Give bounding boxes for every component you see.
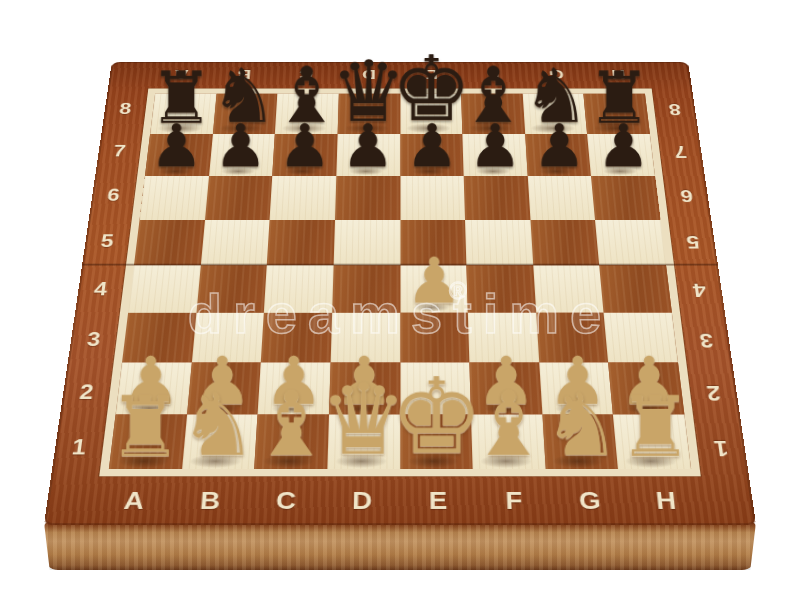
square-c5 <box>267 220 335 266</box>
file-labels-bottom: ABCDEFGH <box>93 476 707 525</box>
coordinate-label: H <box>586 62 651 89</box>
square-a2: ♟ <box>116 362 192 414</box>
coordinate-label: 8 <box>652 89 698 130</box>
coordinate-label: 3 <box>67 314 119 365</box>
piece-shadow <box>468 123 513 133</box>
square-e4: ♟ <box>400 265 468 313</box>
square-h5 <box>595 220 666 266</box>
piece-black-king: ♚ <box>391 44 472 134</box>
coordinate-label: B <box>211 62 276 89</box>
coordinate-label: F <box>462 62 526 89</box>
piece-shadow <box>156 123 202 133</box>
square-h3 <box>604 313 678 363</box>
piece-shadow <box>285 168 320 176</box>
square-b4 <box>196 265 267 313</box>
square-g7: ♟ <box>525 134 591 176</box>
square-e3 <box>400 313 469 363</box>
square-c8: ♝ <box>275 94 339 134</box>
square-h6 <box>591 176 660 220</box>
square-c3 <box>261 313 332 363</box>
piece-shadow <box>342 404 380 414</box>
piece-shadow <box>200 404 239 414</box>
square-b2: ♟ <box>187 362 261 414</box>
square-h4 <box>600 265 672 313</box>
square-e2 <box>400 362 471 414</box>
square-f7: ♟ <box>462 134 527 176</box>
piece-shadow <box>406 123 451 133</box>
square-a4 <box>128 265 200 313</box>
piece-shadow <box>530 123 576 133</box>
square-d8: ♛ <box>338 94 400 134</box>
square-g1: ♞ <box>542 415 618 469</box>
square-a6 <box>140 176 209 220</box>
square-d3 <box>331 313 400 363</box>
square-b7: ♟ <box>209 134 275 176</box>
square-f4 <box>467 265 536 313</box>
piece-shadow <box>271 404 310 414</box>
chessboard: ABCDEFGH ABCDEFGH 87654321 87654321 ♜♞♝♛… <box>44 62 756 525</box>
square-g6 <box>528 176 596 220</box>
square-d4 <box>332 265 400 313</box>
square-f3 <box>468 313 539 363</box>
piece-shadow <box>348 168 383 176</box>
square-e6 <box>400 176 465 220</box>
square-h2: ♟ <box>608 362 684 414</box>
square-d7: ♟ <box>336 134 400 176</box>
square-g2: ♟ <box>539 362 613 414</box>
coordinate-label: B <box>170 476 250 525</box>
coordinate-label: H <box>626 476 707 525</box>
square-g3 <box>536 313 609 363</box>
piece-shadow <box>413 303 450 312</box>
square-e1: ♚ <box>400 415 473 469</box>
square-e8: ♚ <box>400 94 462 134</box>
piece-shadow <box>552 454 605 468</box>
piece-shadow <box>624 454 678 468</box>
square-g4 <box>533 265 604 313</box>
square-b6 <box>205 176 273 220</box>
coordinate-label: D <box>337 62 400 89</box>
square-b3 <box>192 313 265 363</box>
square-c7: ♟ <box>272 134 337 176</box>
square-a8: ♜ <box>150 94 216 134</box>
coordinate-label: D <box>323 476 400 525</box>
piece-shadow <box>476 168 511 176</box>
coordinate-label: 5 <box>82 218 132 265</box>
square-d2: ♟ <box>329 362 400 414</box>
piece-shadow <box>281 123 326 133</box>
scene: ABCDEFGH ABCDEFGH 87654321 87654321 ♜♞♝♛… <box>0 0 800 611</box>
board-front-edge <box>44 522 756 570</box>
coordinate-label: 6 <box>662 173 711 218</box>
square-a7: ♟ <box>145 134 213 176</box>
square-a5 <box>134 220 205 266</box>
squares-grid: ♜♞♝♛♚♝♞♜♟♟♟♟♟♟♟♟♟♟♟♟♟♟♟♟♜♞♝♛♚♝♞♜ <box>99 89 701 477</box>
piece-shadow <box>262 454 315 468</box>
piece-white-king: ♚ <box>389 364 483 469</box>
piece-shadow <box>219 123 265 133</box>
coordinate-label: 8 <box>102 89 148 130</box>
square-c6 <box>270 176 336 220</box>
piece-shadow <box>116 454 170 468</box>
coordinate-label: 1 <box>694 420 749 477</box>
coordinate-label: A <box>148 62 213 89</box>
piece-shadow <box>157 168 192 176</box>
piece-shadow <box>539 168 574 176</box>
piece-shadow <box>221 168 256 176</box>
square-f8: ♝ <box>461 94 525 134</box>
coordinate-label: G <box>524 62 589 89</box>
coordinate-label: 4 <box>674 265 725 314</box>
piece-shadow <box>335 454 387 468</box>
square-c4 <box>264 265 333 313</box>
square-a1: ♜ <box>109 415 187 469</box>
coordinate-label: E <box>400 476 477 525</box>
piece-shadow <box>129 404 168 414</box>
coordinate-label: 4 <box>75 265 126 314</box>
square-d1: ♛ <box>327 415 400 469</box>
coordinate-label: 7 <box>657 130 705 173</box>
square-g8: ♞ <box>522 94 587 134</box>
square-f6 <box>464 176 530 220</box>
coordinate-label: C <box>274 62 338 89</box>
coordinate-label: 1 <box>51 420 106 477</box>
square-g5 <box>530 220 599 266</box>
square-e7: ♟ <box>400 134 464 176</box>
coordinate-label: A <box>93 476 174 525</box>
coordinate-label: C <box>247 476 325 525</box>
square-b8: ♞ <box>213 94 278 134</box>
square-b1: ♞ <box>182 415 258 469</box>
piece-shadow <box>344 123 389 133</box>
coordinate-label: 3 <box>680 314 732 365</box>
square-f2: ♟ <box>469 362 542 414</box>
square-a3 <box>122 313 196 363</box>
piece-shadow <box>407 454 459 468</box>
file-labels-top: ABCDEFGH <box>148 62 651 89</box>
square-b5 <box>200 220 269 266</box>
coordinate-label: 6 <box>89 173 138 218</box>
piece-shadow <box>603 168 638 176</box>
coordinate-label: G <box>550 476 630 525</box>
square-f5 <box>465 220 533 266</box>
piece-shadow <box>484 404 523 414</box>
piece-shadow <box>555 404 594 414</box>
piece-shadow <box>480 454 533 468</box>
square-e5 <box>400 220 467 266</box>
square-f1: ♝ <box>471 415 545 469</box>
square-d6 <box>335 176 400 220</box>
square-c1: ♝ <box>254 415 328 469</box>
square-h1: ♜ <box>613 415 691 469</box>
piece-shadow <box>626 404 665 414</box>
piece-shadow <box>593 123 639 133</box>
coordinate-label: E <box>400 62 463 89</box>
square-c2: ♟ <box>258 362 331 414</box>
piece-white-knight: ♞ <box>179 382 257 469</box>
coordinate-label: 7 <box>96 130 144 173</box>
square-d5 <box>333 220 400 266</box>
piece-white-knight: ♞ <box>543 382 621 469</box>
coordinate-label: 2 <box>687 366 741 420</box>
piece-shadow <box>189 454 242 468</box>
coordinate-label: 5 <box>668 218 718 265</box>
square-h7: ♟ <box>587 134 655 176</box>
coordinate-label: F <box>475 476 553 525</box>
piece-shadow <box>412 168 446 176</box>
square-h8: ♜ <box>584 94 650 134</box>
coordinate-label: 2 <box>59 366 113 420</box>
